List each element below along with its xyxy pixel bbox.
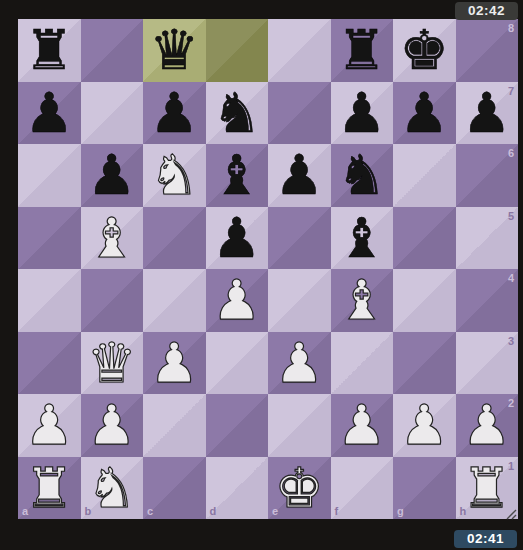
- square-g5[interactable]: [393, 207, 456, 270]
- piece-white-bishop[interactable]: ♝: [331, 269, 394, 332]
- square-c5[interactable]: [143, 207, 206, 270]
- square-b2[interactable]: ♟: [81, 394, 144, 457]
- piece-black-queen[interactable]: ♛: [143, 19, 206, 82]
- rank-label-6: 6: [508, 147, 514, 159]
- piece-black-pawn[interactable]: ♟: [143, 82, 206, 145]
- chess-board[interactable]: ♜♛♜♚8♟♟♞♟♟♟7♟♞♝♟♞6♝♟♝5♟♝4♛♟♟3♟♟♟♟♟2♜a♞bc…: [18, 19, 518, 519]
- square-d8[interactable]: [206, 19, 269, 82]
- piece-black-pawn[interactable]: ♟: [456, 82, 519, 145]
- piece-white-pawn[interactable]: ♟: [81, 394, 144, 457]
- piece-black-knight[interactable]: ♞: [331, 144, 394, 207]
- rank-label-3: 3: [508, 335, 514, 347]
- square-a4[interactable]: [18, 269, 81, 332]
- square-f5[interactable]: ♝: [331, 207, 394, 270]
- board-resize-handle[interactable]: [505, 506, 517, 518]
- square-g1[interactable]: g: [393, 457, 456, 520]
- piece-white-pawn[interactable]: ♟: [456, 394, 519, 457]
- piece-black-bishop[interactable]: ♝: [206, 144, 269, 207]
- piece-black-king[interactable]: ♚: [393, 19, 456, 82]
- square-e3[interactable]: ♟: [268, 332, 331, 395]
- file-label-f: f: [335, 505, 339, 517]
- piece-white-pawn[interactable]: ♟: [393, 394, 456, 457]
- square-h6[interactable]: 6: [456, 144, 519, 207]
- square-f1[interactable]: f: [331, 457, 394, 520]
- piece-white-rook[interactable]: ♜: [18, 457, 81, 520]
- square-d2[interactable]: [206, 394, 269, 457]
- square-f8[interactable]: ♜: [331, 19, 394, 82]
- piece-white-queen[interactable]: ♛: [81, 332, 144, 395]
- rank-label-5: 5: [508, 210, 514, 222]
- square-g7[interactable]: ♟: [393, 82, 456, 145]
- square-d6[interactable]: ♝: [206, 144, 269, 207]
- square-e2[interactable]: [268, 394, 331, 457]
- square-e1[interactable]: ♚e: [268, 457, 331, 520]
- piece-black-knight[interactable]: ♞: [206, 82, 269, 145]
- piece-white-pawn[interactable]: ♟: [268, 332, 331, 395]
- piece-black-pawn[interactable]: ♟: [393, 82, 456, 145]
- square-a8[interactable]: ♜: [18, 19, 81, 82]
- square-g8[interactable]: ♚: [393, 19, 456, 82]
- square-h5[interactable]: 5: [456, 207, 519, 270]
- resize-grip-icon: [505, 508, 517, 520]
- square-h4[interactable]: 4: [456, 269, 519, 332]
- piece-black-pawn[interactable]: ♟: [331, 82, 394, 145]
- square-c3[interactable]: ♟: [143, 332, 206, 395]
- square-h3[interactable]: 3: [456, 332, 519, 395]
- square-b4[interactable]: [81, 269, 144, 332]
- square-f4[interactable]: ♝: [331, 269, 394, 332]
- square-e5[interactable]: [268, 207, 331, 270]
- square-f2[interactable]: ♟: [331, 394, 394, 457]
- piece-white-knight[interactable]: ♞: [81, 457, 144, 520]
- square-e6[interactable]: ♟: [268, 144, 331, 207]
- square-b5[interactable]: ♝: [81, 207, 144, 270]
- square-h2[interactable]: ♟2: [456, 394, 519, 457]
- square-b7[interactable]: [81, 82, 144, 145]
- square-d1[interactable]: d: [206, 457, 269, 520]
- square-g3[interactable]: [393, 332, 456, 395]
- square-a3[interactable]: [18, 332, 81, 395]
- square-c2[interactable]: [143, 394, 206, 457]
- square-a2[interactable]: ♟: [18, 394, 81, 457]
- file-label-d: d: [210, 505, 217, 517]
- rank-label-4: 4: [508, 272, 514, 284]
- file-label-c: c: [147, 505, 153, 517]
- opponent-clock: 02:42: [455, 2, 518, 20]
- square-f3[interactable]: [331, 332, 394, 395]
- square-g6[interactable]: [393, 144, 456, 207]
- square-b8[interactable]: [81, 19, 144, 82]
- square-f7[interactable]: ♟: [331, 82, 394, 145]
- square-d5[interactable]: ♟: [206, 207, 269, 270]
- square-b3[interactable]: ♛: [81, 332, 144, 395]
- rank-label-8: 8: [508, 22, 514, 34]
- piece-black-pawn[interactable]: ♟: [206, 207, 269, 270]
- piece-white-bishop[interactable]: ♝: [81, 207, 144, 270]
- square-a5[interactable]: [18, 207, 81, 270]
- piece-white-pawn[interactable]: ♟: [18, 394, 81, 457]
- square-b6[interactable]: ♟: [81, 144, 144, 207]
- square-g2[interactable]: ♟: [393, 394, 456, 457]
- square-f6[interactable]: ♞: [331, 144, 394, 207]
- square-d3[interactable]: [206, 332, 269, 395]
- square-b1[interactable]: ♞b: [81, 457, 144, 520]
- square-c1[interactable]: c: [143, 457, 206, 520]
- file-label-g: g: [397, 505, 404, 517]
- piece-black-pawn[interactable]: ♟: [81, 144, 144, 207]
- piece-white-pawn[interactable]: ♟: [331, 394, 394, 457]
- square-g4[interactable]: [393, 269, 456, 332]
- game-window: 02:42 ♜♛♜♚8♟♟♞♟♟♟7♟♞♝♟♞6♝♟♝5♟♝4♛♟♟3♟♟♟♟♟…: [0, 0, 523, 550]
- player-clock: 02:41: [454, 530, 517, 548]
- piece-white-knight[interactable]: ♞: [143, 144, 206, 207]
- square-c6[interactable]: ♞: [143, 144, 206, 207]
- square-c8[interactable]: ♛: [143, 19, 206, 82]
- square-d4[interactable]: ♟: [206, 269, 269, 332]
- piece-black-rook[interactable]: ♜: [331, 19, 394, 82]
- square-d7[interactable]: ♞: [206, 82, 269, 145]
- square-a7[interactable]: ♟: [18, 82, 81, 145]
- piece-white-pawn[interactable]: ♟: [143, 332, 206, 395]
- square-e4[interactable]: [268, 269, 331, 332]
- square-h7[interactable]: ♟7: [456, 82, 519, 145]
- square-e8[interactable]: [268, 19, 331, 82]
- square-a1[interactable]: ♜a: [18, 457, 81, 520]
- square-c4[interactable]: [143, 269, 206, 332]
- piece-black-pawn[interactable]: ♟: [18, 82, 81, 145]
- piece-black-rook[interactable]: ♜: [18, 19, 81, 82]
- piece-black-bishop[interactable]: ♝: [331, 207, 394, 270]
- piece-white-king[interactable]: ♚: [268, 457, 331, 520]
- piece-black-pawn[interactable]: ♟: [268, 144, 331, 207]
- square-a6[interactable]: [18, 144, 81, 207]
- square-e7[interactable]: [268, 82, 331, 145]
- piece-white-pawn[interactable]: ♟: [206, 269, 269, 332]
- square-h8[interactable]: 8: [456, 19, 519, 82]
- square-c7[interactable]: ♟: [143, 82, 206, 145]
